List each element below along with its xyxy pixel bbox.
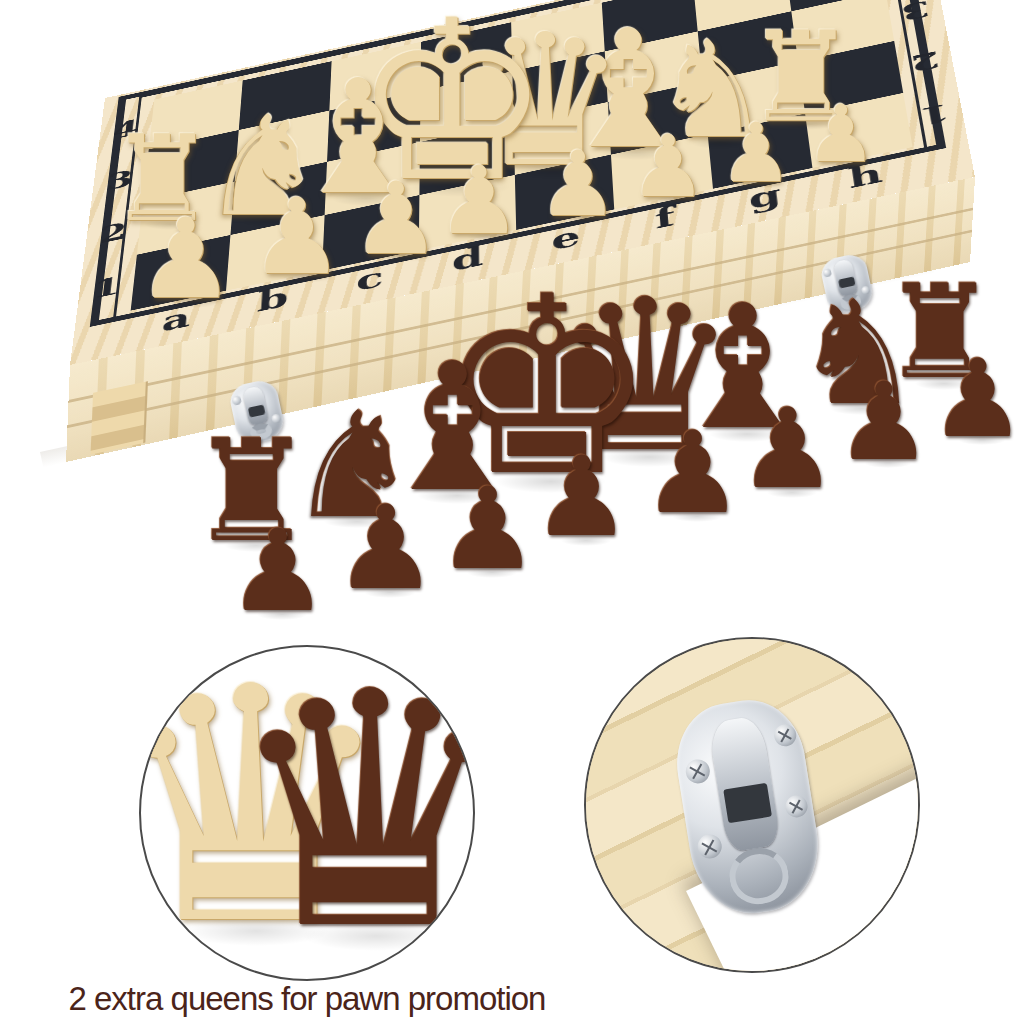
finger-joints bbox=[90, 381, 147, 454]
white-pawn-c1: ♟ bbox=[360, 184, 432, 256]
black-pawn: ♟ bbox=[845, 385, 923, 463]
black-queen: ♛ bbox=[253, 700, 476, 935]
black-pawn: ♟ bbox=[344, 508, 428, 592]
black-pawn: ♟ bbox=[542, 460, 622, 540]
black-pawn: ♟ bbox=[939, 362, 1017, 440]
inset-extra-queens: ♛♛ bbox=[139, 645, 475, 981]
black-pawn: ♟ bbox=[237, 532, 319, 614]
white-pawn-g1: ♟ bbox=[727, 125, 786, 184]
inset-latch-closeup bbox=[584, 637, 920, 973]
black-pawn: ♟ bbox=[447, 490, 529, 572]
white-pawn-a1: ♟ bbox=[146, 222, 226, 302]
white-pawn-h1: ♟ bbox=[813, 108, 870, 165]
product-photo: abcdefgh43214321 ♜♞♝♚♛♝♞♜♟♟♟♟♟♟♟♟♜♟♞♟♝♟♚… bbox=[0, 0, 1024, 1024]
white-pawn-d1: ♟ bbox=[445, 168, 513, 236]
white-pawn-b1: ♟ bbox=[259, 202, 335, 278]
latch-slot bbox=[723, 783, 771, 823]
black-pawn: ♟ bbox=[652, 434, 734, 516]
black-pawn: ♟ bbox=[748, 412, 828, 492]
caption: 2 extra queens for pawn promotion bbox=[57, 980, 557, 1018]
white-pawn-f1: ♟ bbox=[637, 137, 699, 199]
white-pawn-e1: ♟ bbox=[546, 153, 611, 218]
